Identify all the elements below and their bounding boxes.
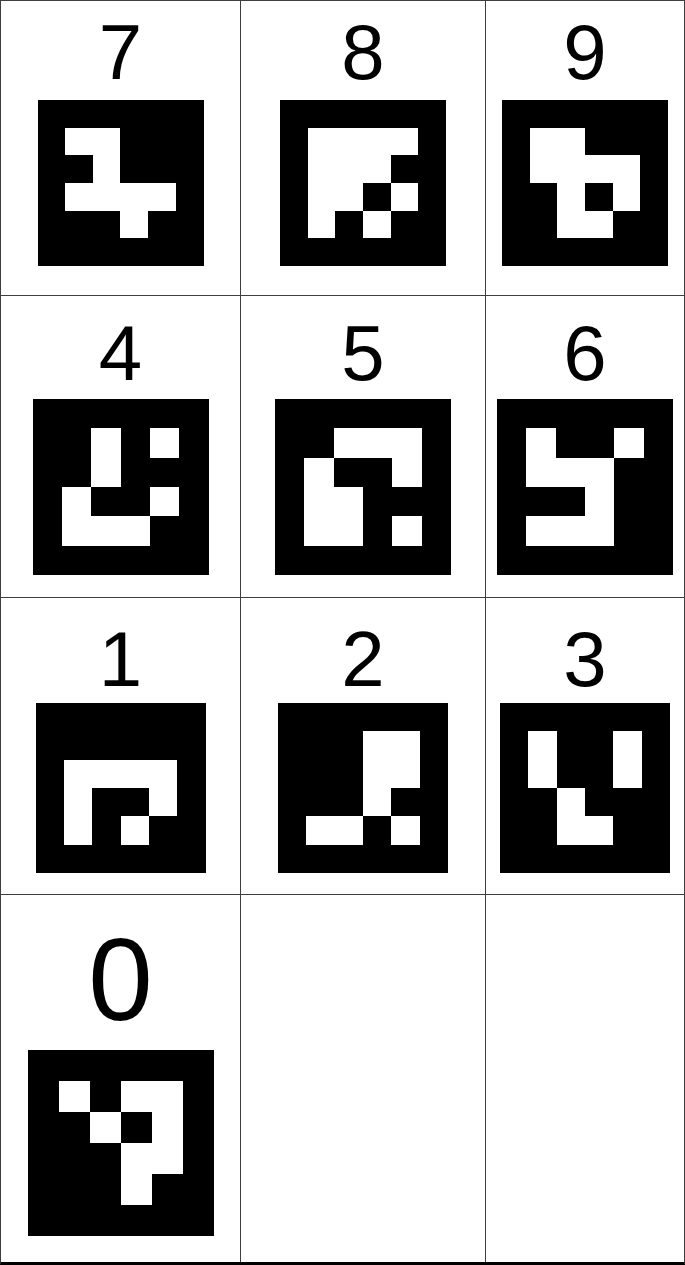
white-module [150,487,179,516]
black-module [28,1143,59,1174]
black-module [526,487,555,516]
black-module [500,760,528,788]
black-module [280,128,308,156]
white-module [148,183,176,211]
black-module [613,100,641,128]
marker-label-0: 0 [88,922,153,1038]
black-module [363,816,391,844]
aruco-marker-8 [280,100,446,266]
white-module [308,211,336,239]
black-module [38,100,66,128]
white-module [308,155,336,183]
black-module [38,211,66,239]
aruco-marker-1 [36,703,206,873]
black-module [391,155,419,183]
black-module [280,155,308,183]
black-module [418,183,446,211]
white-module [557,128,585,156]
black-module [148,238,176,266]
black-module [363,458,392,487]
black-module [36,788,64,816]
black-module [304,399,333,428]
black-module [179,487,208,516]
black-module [59,1112,90,1143]
black-module [179,458,208,487]
black-module [644,487,673,516]
black-module [176,238,204,266]
black-module [644,516,673,545]
white-module [92,760,120,788]
black-module [334,546,363,575]
black-module [64,731,92,759]
cell-empty-2 [486,895,684,1262]
white-module [65,183,93,211]
white-module [64,788,92,816]
white-module [93,128,121,156]
black-module [363,487,392,516]
black-module [38,128,66,156]
black-module [148,211,176,239]
white-module [64,760,92,788]
black-module [92,731,120,759]
black-module [121,1112,152,1143]
black-module [644,546,673,575]
black-module [613,788,641,816]
black-module [585,788,613,816]
white-module [150,428,179,457]
black-module [28,1112,59,1143]
black-module [556,399,585,428]
black-module [420,731,448,759]
black-module [528,816,556,844]
white-module [530,128,558,156]
white-module [334,428,363,457]
black-module [92,703,120,731]
black-module [148,100,176,128]
white-module [149,788,177,816]
black-module [614,399,643,428]
white-module [121,1081,152,1112]
black-module [502,128,530,156]
white-module [152,1143,183,1174]
cell-marker-2: 2 [241,598,486,895]
black-module [422,399,451,428]
white-module [391,731,419,759]
white-module [530,155,558,183]
black-module [121,845,149,873]
black-module [497,458,526,487]
white-module [391,760,419,788]
black-module [121,703,149,731]
black-module [148,155,176,183]
black-module [275,516,304,545]
black-module [62,458,91,487]
black-module [33,458,62,487]
black-module [614,458,643,487]
white-module [363,428,392,457]
black-module [179,546,208,575]
black-module [363,516,392,545]
white-module [91,428,120,457]
black-module [33,428,62,457]
black-module [150,399,179,428]
white-module [585,155,613,183]
white-module [306,816,334,844]
black-module [152,1205,183,1236]
white-module [585,816,613,844]
black-module [391,211,419,239]
black-module [497,546,526,575]
black-module [420,845,448,873]
white-module [149,760,177,788]
white-module [557,816,585,844]
black-module [640,100,668,128]
black-module [363,845,391,873]
black-module [275,546,304,575]
black-module [335,238,363,266]
black-module [363,183,391,211]
white-module [557,155,585,183]
black-module [642,788,670,816]
black-module [644,458,673,487]
black-module [93,100,121,128]
black-module [33,516,62,545]
white-module [585,458,614,487]
black-module [121,428,150,457]
aruco-marker-0 [28,1050,214,1236]
black-module [392,546,421,575]
black-module [557,703,585,731]
black-module [391,238,419,266]
black-module [92,816,120,844]
black-module [36,845,64,873]
black-module [36,731,64,759]
black-module [90,1081,121,1112]
black-module [90,1205,121,1236]
black-module [497,399,526,428]
black-module [304,546,333,575]
marker-label-4: 4 [99,314,142,392]
black-module [502,155,530,183]
black-module [120,238,148,266]
black-module [93,211,121,239]
black-module [530,238,558,266]
black-module [363,703,391,731]
cell-marker-1: 1 [1,598,241,895]
black-module [585,100,613,128]
black-module [640,128,668,156]
black-module [33,399,62,428]
aruco-marker-2 [278,703,448,873]
white-module [528,731,556,759]
black-module [557,731,585,759]
aruco-marker-4 [33,399,209,575]
white-module [557,211,585,239]
white-module [392,516,421,545]
black-module [334,399,363,428]
white-module [304,516,333,545]
black-module [278,845,306,873]
black-module [557,100,585,128]
white-module [614,428,643,457]
black-module [33,546,62,575]
white-module [391,816,419,844]
black-module [65,211,93,239]
black-module [176,128,204,156]
black-module [38,238,66,266]
white-module [335,155,363,183]
black-module [278,731,306,759]
white-module [90,1112,121,1143]
black-module [91,399,120,428]
black-module [177,731,205,759]
white-module [613,183,641,211]
black-module [62,428,91,457]
black-module [121,1205,152,1236]
black-module [422,516,451,545]
black-module [391,703,419,731]
white-module [59,1081,90,1112]
black-module [275,399,304,428]
black-module [183,1081,214,1112]
marker-label-1: 1 [99,620,142,698]
cell-marker-3: 3 [486,598,684,895]
marker-label-8: 8 [341,13,384,91]
black-module [59,1205,90,1236]
black-module [306,760,334,788]
black-module [92,845,120,873]
black-module [585,845,613,873]
white-module [121,516,150,545]
white-module [585,211,613,239]
marker-table: 7 8 9 4 5 6 1 2 3 0 [0,0,685,1265]
black-module [28,1174,59,1205]
white-module [334,516,363,545]
black-module [335,731,363,759]
black-module [585,238,613,266]
black-module [28,1205,59,1236]
black-module [526,546,555,575]
black-module [150,546,179,575]
black-module [36,816,64,844]
black-module [640,211,668,239]
white-module [556,458,585,487]
black-module [280,183,308,211]
black-module [149,816,177,844]
black-module [528,845,556,873]
black-module [90,1050,121,1081]
white-module [613,731,641,759]
white-module [363,788,391,816]
cell-marker-4: 4 [1,296,241,598]
black-module [500,816,528,844]
black-module [152,1050,183,1081]
black-module [59,1143,90,1174]
black-module [335,703,363,731]
marker-label-2: 2 [341,620,384,698]
black-module [420,703,448,731]
black-module [121,788,149,816]
black-module [335,845,363,873]
white-module [363,731,391,759]
black-module [418,100,446,128]
aruco-marker-3 [500,703,670,873]
black-module [585,428,614,457]
black-module [275,428,304,457]
black-module [557,760,585,788]
black-module [644,399,673,428]
white-module [391,183,419,211]
black-module [278,760,306,788]
black-module [278,788,306,816]
white-module [64,816,92,844]
white-module [62,516,91,545]
black-module [420,788,448,816]
black-module [28,1050,59,1081]
white-module [91,458,120,487]
black-module [500,788,528,816]
white-module [363,128,391,156]
black-module [585,399,614,428]
black-module [148,128,176,156]
black-module [65,100,93,128]
black-module [120,100,148,128]
black-module [278,816,306,844]
black-module [149,731,177,759]
black-module [65,155,93,183]
white-module [308,183,336,211]
black-module [502,183,530,211]
black-module [613,816,641,844]
black-module [530,100,558,128]
white-module [120,211,148,239]
black-module [530,211,558,239]
white-module [93,183,121,211]
black-module [33,487,62,516]
black-module [280,238,308,266]
black-module [422,546,451,575]
black-module [308,100,336,128]
black-module [391,100,419,128]
black-module [418,211,446,239]
black-module [59,1050,90,1081]
black-module [59,1174,90,1205]
black-module [422,458,451,487]
black-module [613,703,641,731]
black-module [500,845,528,873]
black-module [585,128,613,156]
white-module [304,487,333,516]
black-module [363,100,391,128]
black-module [90,1143,121,1174]
black-module [363,546,392,575]
black-module [528,703,556,731]
black-module [640,155,668,183]
black-module [179,516,208,545]
black-module [585,546,614,575]
black-module [306,845,334,873]
black-module [613,211,641,239]
black-module [177,703,205,731]
black-module [392,487,421,516]
white-module [363,760,391,788]
black-module [528,788,556,816]
white-module [62,487,91,516]
black-module [420,816,448,844]
white-module [528,760,556,788]
black-module [121,487,150,516]
black-module [391,788,419,816]
black-module [93,238,121,266]
black-module [418,128,446,156]
black-module [306,731,334,759]
black-module [502,100,530,128]
white-module [91,516,120,545]
white-module [526,428,555,457]
black-module [64,703,92,731]
black-module [334,458,363,487]
black-module [642,731,670,759]
black-module [183,1143,214,1174]
black-module [152,1174,183,1205]
black-module [36,703,64,731]
black-module [556,546,585,575]
black-module [121,546,150,575]
black-module [176,100,204,128]
black-module [183,1112,214,1143]
black-module [642,703,670,731]
black-module [183,1174,214,1205]
black-module [585,731,613,759]
black-module [335,788,363,816]
black-module [500,703,528,731]
white-module [392,428,421,457]
white-module [335,816,363,844]
black-module [613,128,641,156]
black-module [392,399,421,428]
marker-label-3: 3 [563,620,606,698]
cell-marker-5: 5 [241,296,486,598]
cell-marker-0: 0 [1,895,241,1262]
black-module [183,1050,214,1081]
white-module [557,788,585,816]
aruco-marker-5 [275,399,451,575]
black-module [149,845,177,873]
black-module [36,760,64,788]
black-module [422,487,451,516]
black-module [614,487,643,516]
black-module [176,183,204,211]
marker-label-7: 7 [99,13,142,91]
white-module [392,458,421,487]
black-module [150,458,179,487]
black-module [121,1050,152,1081]
black-module [418,155,446,183]
white-module [526,458,555,487]
black-module [176,211,204,239]
cell-marker-8: 8 [241,1,486,296]
white-module [557,183,585,211]
black-module [557,845,585,873]
black-module [497,487,526,516]
black-module [500,731,528,759]
black-module [280,211,308,239]
black-module [585,703,613,731]
black-module [64,845,92,873]
black-module [642,816,670,844]
white-module [304,458,333,487]
black-module [642,760,670,788]
